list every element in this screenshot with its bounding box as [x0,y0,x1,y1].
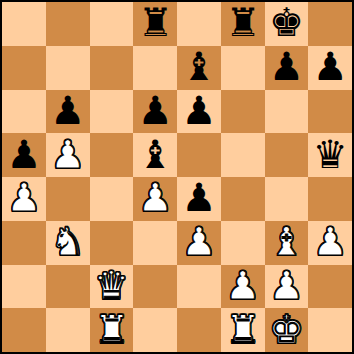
white-bishop-piece: ♝ [269,222,304,261]
square-b6[interactable]: ♟ [46,90,90,134]
square-e1[interactable] [177,308,221,352]
square-c3[interactable] [90,221,134,265]
black-pawn-piece: ♟ [269,47,304,86]
square-c8[interactable] [90,2,134,46]
square-g1[interactable]: ♚ [265,308,309,352]
board-frame: ♜♜♚♝♟♟♟♟♟♟♟♝♛♟♟♟♞♟♝♟♛♟♟♜♜♚ [0,0,354,354]
square-h2[interactable] [308,265,352,309]
black-pawn-piece: ♟ [313,47,348,86]
square-h1[interactable] [308,308,352,352]
square-a2[interactable] [2,265,46,309]
square-b4[interactable] [46,177,90,221]
square-f2[interactable]: ♟ [221,265,265,309]
square-d6[interactable]: ♟ [133,90,177,134]
square-f6[interactable] [221,90,265,134]
square-h5[interactable]: ♛ [308,133,352,177]
square-f5[interactable] [221,133,265,177]
square-f1[interactable]: ♜ [221,308,265,352]
square-b2[interactable] [46,265,90,309]
square-h8[interactable] [308,2,352,46]
black-rook-piece: ♜ [225,3,260,42]
square-e4[interactable]: ♟ [177,177,221,221]
black-queen-piece: ♛ [313,135,348,174]
square-h7[interactable]: ♟ [308,46,352,90]
square-f4[interactable] [221,177,265,221]
white-pawn-piece: ♟ [181,222,216,261]
square-h6[interactable] [308,90,352,134]
white-pawn-piece: ♟ [6,178,41,217]
square-e6[interactable]: ♟ [177,90,221,134]
square-c6[interactable] [90,90,134,134]
black-pawn-piece: ♟ [50,91,85,130]
black-king-piece: ♚ [269,3,304,42]
black-pawn-piece: ♟ [138,91,173,130]
square-a5[interactable]: ♟ [2,133,46,177]
square-d5[interactable]: ♝ [133,133,177,177]
square-d8[interactable]: ♜ [133,2,177,46]
white-rook-piece: ♜ [94,310,129,349]
square-c5[interactable] [90,133,134,177]
white-rook-piece: ♜ [225,310,260,349]
white-pawn-piece: ♟ [138,178,173,217]
square-c4[interactable] [90,177,134,221]
square-d7[interactable] [133,46,177,90]
square-h4[interactable] [308,177,352,221]
white-queen-piece: ♛ [94,266,129,305]
white-knight-piece: ♞ [50,222,85,261]
black-bishop-piece: ♝ [181,47,216,86]
square-b8[interactable] [46,2,90,46]
square-f3[interactable] [221,221,265,265]
square-d4[interactable]: ♟ [133,177,177,221]
square-g5[interactable] [265,133,309,177]
square-g2[interactable]: ♟ [265,265,309,309]
white-king-piece: ♚ [269,310,304,349]
square-d1[interactable] [133,308,177,352]
square-g6[interactable] [265,90,309,134]
square-a7[interactable] [2,46,46,90]
black-pawn-piece: ♟ [181,178,216,217]
square-f8[interactable]: ♜ [221,2,265,46]
square-g3[interactable]: ♝ [265,221,309,265]
black-bishop-piece: ♝ [138,135,173,174]
white-pawn-piece: ♟ [50,135,85,174]
square-a1[interactable] [2,308,46,352]
square-b3[interactable]: ♞ [46,221,90,265]
square-c7[interactable] [90,46,134,90]
square-c1[interactable]: ♜ [90,308,134,352]
square-c2[interactable]: ♛ [90,265,134,309]
black-pawn-piece: ♟ [6,135,41,174]
square-d3[interactable] [133,221,177,265]
chess-board: ♜♜♚♝♟♟♟♟♟♟♟♝♛♟♟♟♞♟♝♟♛♟♟♜♜♚ [0,0,354,354]
square-b7[interactable] [46,46,90,90]
square-e5[interactable] [177,133,221,177]
black-pawn-piece: ♟ [181,91,216,130]
square-g4[interactable] [265,177,309,221]
square-b1[interactable] [46,308,90,352]
square-g8[interactable]: ♚ [265,2,309,46]
square-e7[interactable]: ♝ [177,46,221,90]
square-a6[interactable] [2,90,46,134]
black-rook-piece: ♜ [138,3,173,42]
square-d2[interactable] [133,265,177,309]
white-pawn-piece: ♟ [269,266,304,305]
square-b5[interactable]: ♟ [46,133,90,177]
square-a3[interactable] [2,221,46,265]
white-pawn-piece: ♟ [225,266,260,305]
square-e3[interactable]: ♟ [177,221,221,265]
square-g7[interactable]: ♟ [265,46,309,90]
square-e2[interactable] [177,265,221,309]
square-h3[interactable]: ♟ [308,221,352,265]
square-f7[interactable] [221,46,265,90]
square-e8[interactable] [177,2,221,46]
square-a8[interactable] [2,2,46,46]
square-a4[interactable]: ♟ [2,177,46,221]
white-pawn-piece: ♟ [313,222,348,261]
